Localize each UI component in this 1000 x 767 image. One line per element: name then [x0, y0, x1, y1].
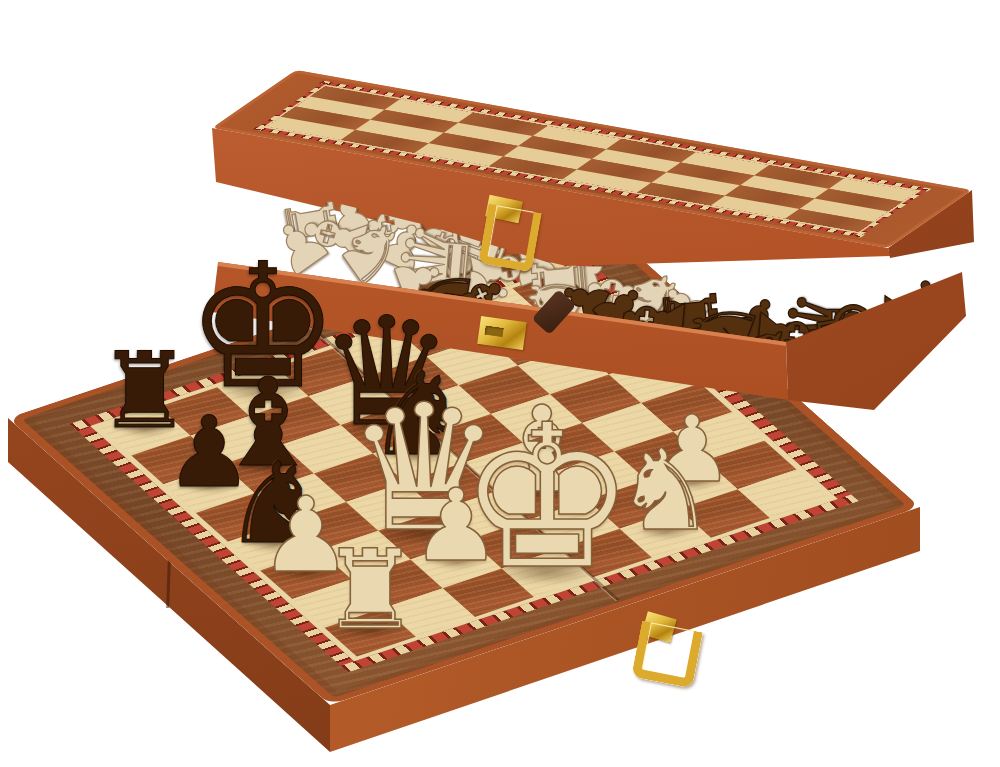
board-square [614, 432, 705, 481]
board-square [351, 560, 442, 609]
piece-shadow [279, 566, 333, 581]
tray-piece-walnut: ♟ [718, 281, 795, 360]
piece-shadow [378, 521, 469, 546]
board-square [394, 308, 485, 357]
piece-shadow [430, 555, 482, 569]
board-mosaic-strip [341, 495, 859, 673]
board-square [491, 394, 582, 443]
lid-checkerboard [266, 86, 917, 232]
tray-piece-walnut: ♝ [788, 320, 872, 396]
piece-shadow [118, 422, 173, 437]
board-square [609, 355, 700, 404]
board-square [255, 473, 346, 522]
board-square [561, 529, 652, 578]
board-square [158, 387, 249, 436]
piece-shadow [347, 417, 425, 438]
dark-queen: ♛ [319, 297, 453, 447]
tray-piece-walnut: ♞ [719, 310, 812, 399]
latch-slot [485, 326, 504, 337]
tray-latch-plate [477, 316, 526, 350]
tray-piece-walnut: ♜ [651, 281, 728, 352]
board-maple-margin [90, 264, 838, 662]
board-square [341, 405, 432, 454]
board-square [378, 511, 469, 560]
board-square [577, 326, 668, 375]
board-squares [99, 269, 829, 657]
board-square [432, 414, 523, 463]
board-mosaic-strip [567, 253, 859, 506]
piece-shadow [511, 485, 573, 502]
board-square [228, 522, 319, 571]
tray-piece-cream: ♟ [320, 182, 381, 247]
chess-set-photo: ♟♝♞♟♛♚♝♟♜♟♝♞♟♟♟♞♜♟♝♟♟♝♜♞♟♝♛♚♞♝♟♟♞♝♜♟♝♞♟ … [0, 0, 1000, 767]
board-mosaic-strip [70, 420, 362, 673]
tray-piece-walnut: ♟ [900, 265, 969, 336]
board-square [464, 443, 555, 492]
board-square [308, 376, 399, 425]
board-square [282, 425, 373, 474]
board-square [528, 500, 619, 548]
board-square [190, 416, 281, 465]
white-bishop: ♝ [488, 391, 595, 510]
board-square [437, 491, 528, 540]
dark-bishop: ♝ [214, 362, 323, 484]
dark-rook: ♜ [98, 339, 192, 444]
dark-knight: ♞ [367, 357, 470, 472]
tray-piece-cream: ♝ [354, 184, 436, 260]
white-pawn: ♟ [411, 476, 501, 576]
dark-knight: ♞ [223, 448, 323, 560]
board-square [555, 452, 646, 501]
board-square [405, 463, 496, 512]
board-square [346, 482, 437, 531]
tray-piece-walnut: ♟ [666, 310, 743, 386]
tray-piece-walnut: ♝ [743, 293, 833, 375]
board-square [249, 396, 340, 445]
piece-shadow [236, 458, 299, 475]
board-square [673, 412, 764, 461]
board-square [518, 346, 609, 395]
board-square [410, 540, 501, 589]
tray-piece-walnut: ♝ [611, 280, 699, 360]
board-square [469, 520, 560, 569]
white-pawn: ♟ [259, 483, 352, 587]
white-queen: ♛ [345, 381, 502, 556]
lid-clasp-loop [478, 204, 542, 272]
board-fold-seam [308, 324, 620, 601]
board-square [287, 502, 378, 550]
board-square [217, 368, 308, 417]
white-pawn: ♟ [651, 404, 733, 496]
tray-piece-cream: ♟ [258, 203, 342, 288]
tray-piece-cream: ♝ [572, 250, 668, 339]
board-square [131, 436, 222, 485]
tray-piece-walnut: ♜ [841, 317, 914, 384]
case-lid-top [212, 70, 972, 248]
board-square [705, 441, 796, 490]
leather-strap [532, 289, 577, 335]
tray-piece-walnut: ♟ [877, 301, 946, 371]
tray-piece-cream: ♟ [383, 245, 453, 311]
board-square [260, 551, 351, 600]
board-square [738, 469, 829, 518]
board-square [400, 385, 491, 434]
board-square [314, 454, 405, 503]
board-square [276, 348, 367, 397]
tray-piece-walnut: ♞ [407, 259, 482, 329]
board-square [459, 366, 550, 415]
board-top-surface [8, 220, 920, 705]
board-square [502, 549, 593, 598]
tray-piece-cream: ♟ [455, 261, 517, 318]
tray-piece-walnut: ♞ [838, 285, 929, 370]
tray-piece-cream: ♞ [603, 253, 700, 347]
piece-shadow [184, 480, 235, 494]
tray-piece-walnut: ♛ [775, 288, 865, 369]
dark-king: ♚ [186, 240, 340, 412]
board-clasp-loop [631, 621, 703, 689]
white-king: ♚ [458, 399, 636, 597]
board-square [292, 579, 383, 628]
tray-piece-cream: ♟ [647, 268, 722, 343]
board-square [550, 374, 641, 423]
tray-piece-cream: ♛ [388, 216, 485, 304]
board-square [496, 471, 587, 520]
board-square [319, 531, 410, 580]
board-square [443, 568, 534, 617]
piece-shadow [218, 378, 307, 402]
board-square [587, 480, 678, 529]
tray-piece-cream: ♟ [367, 207, 441, 284]
board-square [679, 489, 770, 538]
board-square [620, 509, 711, 558]
piece-shadow [496, 557, 599, 585]
piece-shadow [342, 623, 399, 638]
piece-shadow [636, 523, 694, 539]
board-square [196, 493, 287, 542]
board-square [646, 461, 737, 510]
dark-pawn: ♟ [165, 403, 253, 501]
board-square [523, 423, 614, 472]
board-square [164, 465, 255, 514]
tray-piece-walnut: ♟ [580, 268, 660, 348]
tray-piece-walnut: ♝ [873, 279, 951, 349]
tray-piece-walnut: ♞ [673, 282, 770, 374]
board-square [325, 608, 416, 657]
board-fold-seam-edge [166, 560, 171, 608]
board-square [223, 445, 314, 494]
tray-piece-cream: ♝ [287, 190, 385, 282]
tray-piece-walnut: ♚ [798, 288, 905, 387]
white-knight: ♞ [615, 435, 715, 547]
white-rook: ♜ [321, 535, 420, 645]
piece-shadow [668, 476, 716, 489]
piece-shadow [388, 448, 448, 464]
piece-shadow [244, 536, 302, 552]
board-square [384, 588, 475, 637]
tray-piece-cream: ♜ [272, 189, 347, 259]
tray-piece-cream: ♞ [321, 202, 422, 301]
board-square [335, 328, 426, 377]
board-square [641, 383, 732, 432]
board-square [367, 357, 458, 406]
board-square [373, 434, 464, 483]
board-square [582, 403, 673, 452]
board-square [99, 407, 190, 456]
tray-piece-cream: ♟ [407, 196, 482, 271]
